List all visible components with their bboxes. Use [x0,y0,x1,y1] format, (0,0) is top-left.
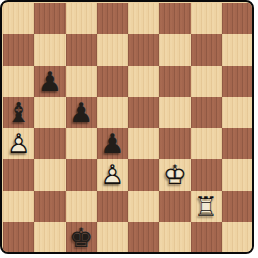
piece-solid: ♟ [38,68,62,95]
piece-outline: ♖ [194,193,218,220]
square-b1[interactable] [34,222,65,253]
piece-outline: ♙ [7,130,31,157]
chess-board: ♟♝♟♟♙♟♟♙♚♔♜♖♚ [3,3,253,253]
square-e6[interactable] [128,66,159,97]
square-h2[interactable] [222,191,253,222]
square-f1[interactable] [159,222,190,253]
square-f3[interactable]: ♚♔ [159,159,190,190]
square-h3[interactable] [222,159,253,190]
piece-black-bishop: ♝ [3,97,34,128]
square-c4[interactable] [66,128,97,159]
board-frame: ♟♝♟♟♙♟♟♙♚♔♜♖♚ [0,0,254,254]
square-b4[interactable] [34,128,65,159]
piece-white-pawn: ♟♙ [3,128,34,159]
piece-black-pawn: ♟ [66,97,97,128]
square-e4[interactable] [128,128,159,159]
square-b6[interactable]: ♟ [34,66,65,97]
square-g6[interactable] [191,66,222,97]
piece-fill: ♜ [194,193,218,220]
square-d4[interactable]: ♟ [97,128,128,159]
piece-outline: ♔ [163,161,187,188]
square-c2[interactable] [66,191,97,222]
square-e8[interactable] [128,3,159,34]
square-b8[interactable] [34,3,65,34]
square-h1[interactable] [222,222,253,253]
square-d8[interactable] [97,3,128,34]
square-f6[interactable] [159,66,190,97]
square-a5[interactable]: ♝ [3,97,34,128]
piece-white-king: ♚♔ [159,159,190,190]
square-a7[interactable] [3,34,34,65]
chess-diagram: ♟♝♟♟♙♟♟♙♚♔♜♖♚ [0,0,258,258]
square-g3[interactable] [191,159,222,190]
square-c5[interactable]: ♟ [66,97,97,128]
piece-black-king: ♚ [66,222,97,253]
square-a3[interactable] [3,159,34,190]
square-e2[interactable] [128,191,159,222]
square-d7[interactable] [97,34,128,65]
square-f7[interactable] [159,34,190,65]
piece-white-pawn: ♟♙ [97,159,128,190]
piece-fill: ♚ [163,161,187,188]
square-h4[interactable] [222,128,253,159]
piece-fill: ♟ [7,130,31,157]
piece-fill: ♟ [100,161,124,188]
piece-solid: ♟ [69,99,93,126]
square-c1[interactable]: ♚ [66,222,97,253]
square-a4[interactable]: ♟♙ [3,128,34,159]
square-b7[interactable] [34,34,65,65]
square-d5[interactable] [97,97,128,128]
square-f4[interactable] [159,128,190,159]
piece-solid: ♚ [69,224,93,251]
square-g2[interactable]: ♜♖ [191,191,222,222]
square-b5[interactable] [34,97,65,128]
square-b3[interactable] [34,159,65,190]
square-g8[interactable] [191,3,222,34]
square-b2[interactable] [34,191,65,222]
square-a6[interactable] [3,66,34,97]
square-c7[interactable] [66,34,97,65]
square-f8[interactable] [159,3,190,34]
square-f2[interactable] [159,191,190,222]
square-e7[interactable] [128,34,159,65]
piece-black-pawn: ♟ [97,128,128,159]
square-g7[interactable] [191,34,222,65]
square-g4[interactable] [191,128,222,159]
square-e1[interactable] [128,222,159,253]
piece-white-rook: ♜♖ [191,191,222,222]
square-g1[interactable] [191,222,222,253]
square-a8[interactable] [3,3,34,34]
square-a1[interactable] [3,222,34,253]
square-d1[interactable] [97,222,128,253]
square-d2[interactable] [97,191,128,222]
square-g5[interactable] [191,97,222,128]
square-d6[interactable] [97,66,128,97]
square-f5[interactable] [159,97,190,128]
square-e3[interactable] [128,159,159,190]
square-h6[interactable] [222,66,253,97]
piece-outline: ♙ [100,161,124,188]
piece-solid: ♟ [100,130,124,157]
square-e5[interactable] [128,97,159,128]
square-d3[interactable]: ♟♙ [97,159,128,190]
square-h8[interactable] [222,3,253,34]
square-c8[interactable] [66,3,97,34]
square-c3[interactable] [66,159,97,190]
square-a2[interactable] [3,191,34,222]
piece-black-pawn: ♟ [34,66,65,97]
square-h5[interactable] [222,97,253,128]
piece-solid: ♝ [7,99,31,126]
square-c6[interactable] [66,66,97,97]
square-h7[interactable] [222,34,253,65]
